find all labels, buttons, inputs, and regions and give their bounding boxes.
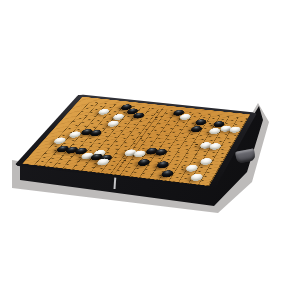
white-stone [106, 120, 121, 127]
white-stone [52, 137, 67, 144]
white-stone [208, 127, 222, 134]
black-stone [189, 125, 203, 132]
white-stone [111, 113, 125, 120]
product-photo-scene [0, 0, 292, 292]
white-stone [184, 164, 199, 172]
black-stone [160, 170, 175, 178]
black-stone [194, 119, 208, 126]
white-stone [67, 131, 82, 138]
black-stone [136, 158, 151, 166]
white-stone [96, 108, 110, 115]
white-stone [189, 173, 204, 181]
white-stone [199, 157, 214, 165]
black-stone [155, 161, 170, 169]
